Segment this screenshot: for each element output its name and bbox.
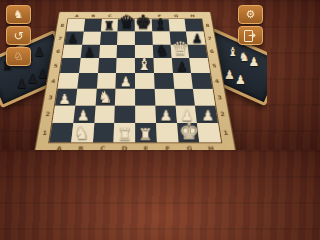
square-b1[interactable]: ♞ <box>70 123 93 142</box>
square-b5[interactable] <box>78 58 98 73</box>
piece-black-pawn[interactable]: ♟ <box>67 32 78 44</box>
square-f1[interactable] <box>155 123 177 142</box>
square-a1[interactable] <box>49 123 73 142</box>
square-d6[interactable] <box>116 44 134 58</box>
square-f5[interactable] <box>153 58 172 73</box>
square-a3[interactable]: ♟ <box>55 89 77 106</box>
piece-white-pawn[interactable]: ♟ <box>58 91 70 105</box>
square-e8[interactable]: ♚ <box>134 19 151 31</box>
square-d3[interactable] <box>115 89 135 106</box>
chess-board: ABCDEFGH ABCDEFGH 87654321 87654321 ♜♛♚♝… <box>33 12 237 150</box>
square-e4[interactable] <box>135 73 154 89</box>
tray-row: ♝♞♟ <box>225 44 261 69</box>
square-c7[interactable] <box>99 31 117 44</box>
piece-white-pawn[interactable]: ♟ <box>159 109 172 123</box>
settings-button[interactable]: ⚙ <box>238 5 263 24</box>
coordinate-label: H <box>199 144 222 150</box>
knight-icon: ♞ <box>14 9 24 20</box>
piece-white-knight[interactable]: ♞ <box>73 125 88 142</box>
coordinate-label: D <box>118 13 135 17</box>
coordinate-label: A <box>68 13 85 17</box>
square-e6[interactable] <box>134 44 152 58</box>
captured-piece-pawn: ♟ <box>27 73 38 85</box>
coordinate-label: D <box>113 144 135 150</box>
coordinate-label: 5 <box>50 58 61 73</box>
square-h5[interactable] <box>189 58 209 73</box>
square-g1[interactable]: ♚ <box>176 123 199 142</box>
square-c4[interactable] <box>96 73 116 89</box>
captured-piece-knight: ♞ <box>238 51 249 63</box>
square-c5[interactable] <box>97 58 116 73</box>
square-d5[interactable] <box>116 58 135 73</box>
piece-white-pawn[interactable]: ♟ <box>201 109 214 123</box>
coordinate-label: 8 <box>57 19 67 31</box>
coordinate-label: A <box>47 144 70 150</box>
file-labels-bottom: ABCDEFGH <box>47 144 222 150</box>
square-a5[interactable] <box>60 58 80 73</box>
square-g2[interactable]: ♟ <box>175 105 197 123</box>
square-b7[interactable] <box>82 31 101 44</box>
exit-arrow-icon: → <box>248 31 256 40</box>
coordinate-label: C <box>91 144 113 150</box>
square-b8[interactable] <box>83 19 101 31</box>
square-f7[interactable] <box>152 31 170 44</box>
piece-black-bishop[interactable]: ♝ <box>154 17 167 32</box>
piece-white-rook[interactable]: ♜ <box>117 126 131 142</box>
tray-row: ♟♟ <box>222 67 247 87</box>
coordinate-label: H <box>184 13 201 17</box>
square-c8[interactable]: ♜ <box>100 19 118 31</box>
square-e2[interactable] <box>135 105 156 123</box>
square-g5[interactable]: ♟ <box>171 58 191 73</box>
coordinate-label: 6 <box>206 44 217 58</box>
captured-piece-pawn: ♟ <box>16 78 27 90</box>
captured-piece-pawn: ♟ <box>34 46 45 58</box>
square-h6[interactable] <box>187 44 207 58</box>
square-h8[interactable] <box>184 19 203 31</box>
square-g8[interactable] <box>168 19 186 31</box>
square-h4[interactable] <box>191 73 212 89</box>
menu-knight-button[interactable]: ♞ <box>6 5 31 24</box>
square-h1[interactable] <box>197 123 221 142</box>
file-labels-top: ABCDEFGH <box>68 13 201 17</box>
square-g6[interactable]: ♛ <box>170 44 189 58</box>
coordinate-label: C <box>101 13 118 17</box>
square-b2[interactable]: ♟ <box>73 105 95 123</box>
coordinate-label: G <box>178 144 200 150</box>
board-grid: ♜♛♚♝♟♟♟♞♛♝♟♟♟♞♟♟♟♟♞♜♜♚ <box>49 19 221 142</box>
coordinate-label: 6 <box>52 44 63 58</box>
square-a7[interactable]: ♟ <box>64 31 83 44</box>
undo-arrow-icon: ↺ <box>13 30 23 42</box>
square-g3[interactable] <box>173 89 194 106</box>
square-d4[interactable]: ♟ <box>115 73 134 89</box>
board-scene: ABCDEFGH ABCDEFGH 87654321 87654321 ♜♛♚♝… <box>48 0 220 150</box>
square-f6[interactable]: ♞ <box>152 44 171 58</box>
square-h7[interactable]: ♟ <box>186 31 205 44</box>
square-d2[interactable] <box>114 105 135 123</box>
square-d7[interactable] <box>117 31 135 44</box>
hint-button[interactable]: ♘ <box>6 47 31 66</box>
square-a4[interactable] <box>57 73 78 89</box>
gear-icon: ⚙ <box>246 9 256 20</box>
coordinate-label: 1 <box>37 123 50 142</box>
coordinate-label: 8 <box>202 19 212 31</box>
coordinate-label: 7 <box>204 31 215 44</box>
coordinate-label: B <box>85 13 102 17</box>
square-c2[interactable] <box>93 105 114 123</box>
coordinate-label: B <box>69 144 91 150</box>
captured-piece-pawn: ♟ <box>249 56 260 68</box>
piece-black-pawn[interactable]: ♟ <box>191 32 202 44</box>
square-f8[interactable]: ♝ <box>151 19 169 31</box>
exit-button[interactable]: → <box>238 26 263 45</box>
square-a6[interactable] <box>62 44 82 58</box>
piece-hint-icon: ♘ <box>14 51 24 62</box>
piece-white-pawn[interactable]: ♟ <box>180 109 193 123</box>
piece-black-pawn[interactable]: ♟ <box>83 46 94 59</box>
captured-piece-pawn: ♟ <box>235 73 246 85</box>
piece-black-knight[interactable]: ♞ <box>155 44 168 59</box>
square-f3[interactable] <box>154 89 175 106</box>
square-f2[interactable]: ♟ <box>155 105 176 123</box>
coordinate-label: F <box>156 144 178 150</box>
square-e7[interactable] <box>134 31 152 44</box>
square-e1[interactable]: ♜ <box>135 123 156 142</box>
undo-button[interactable]: ↺ <box>6 26 31 45</box>
square-d8[interactable]: ♛ <box>117 19 134 31</box>
coordinate-label: 7 <box>54 31 64 44</box>
piece-white-pawn[interactable]: ♟ <box>119 75 131 88</box>
piece-black-rook[interactable]: ♜ <box>103 19 114 32</box>
coordinate-label: F <box>151 13 168 17</box>
coordinate-label: 4 <box>47 73 59 89</box>
coordinate-label: E <box>135 144 157 150</box>
square-g7[interactable] <box>169 31 188 44</box>
square-g4[interactable] <box>172 73 193 89</box>
square-a2[interactable] <box>52 105 75 123</box>
square-h3[interactable] <box>193 89 215 106</box>
square-b3[interactable] <box>75 89 96 106</box>
coordinate-label: G <box>167 13 184 17</box>
square-b4[interactable] <box>76 73 97 89</box>
square-a8[interactable] <box>66 19 85 31</box>
coordinate-label: 3 <box>44 89 56 106</box>
square-d1[interactable]: ♜ <box>113 123 134 142</box>
captured-piece-bishop: ♝ <box>227 46 238 58</box>
piece-white-pawn[interactable]: ♟ <box>76 109 89 123</box>
piece-white-bishop[interactable]: ♝ <box>137 57 151 73</box>
square-e5[interactable]: ♝ <box>134 58 153 73</box>
square-h2[interactable]: ♟ <box>195 105 218 123</box>
square-c6[interactable] <box>98 44 117 58</box>
coordinate-label: 5 <box>208 58 219 73</box>
square-c1[interactable] <box>92 123 114 142</box>
square-e3[interactable] <box>135 89 155 106</box>
piece-white-rook[interactable]: ♜ <box>138 126 152 142</box>
piece-black-pawn[interactable]: ♟ <box>176 60 188 73</box>
coordinate-label: 2 <box>41 105 54 123</box>
coordinate-label: E <box>134 13 151 17</box>
square-b6[interactable]: ♟ <box>80 44 99 58</box>
captured-piece-pawn: ♟ <box>224 69 235 81</box>
square-c3[interactable]: ♞ <box>95 89 116 106</box>
square-f4[interactable] <box>153 73 173 89</box>
piece-white-knight[interactable]: ♞ <box>97 89 111 105</box>
